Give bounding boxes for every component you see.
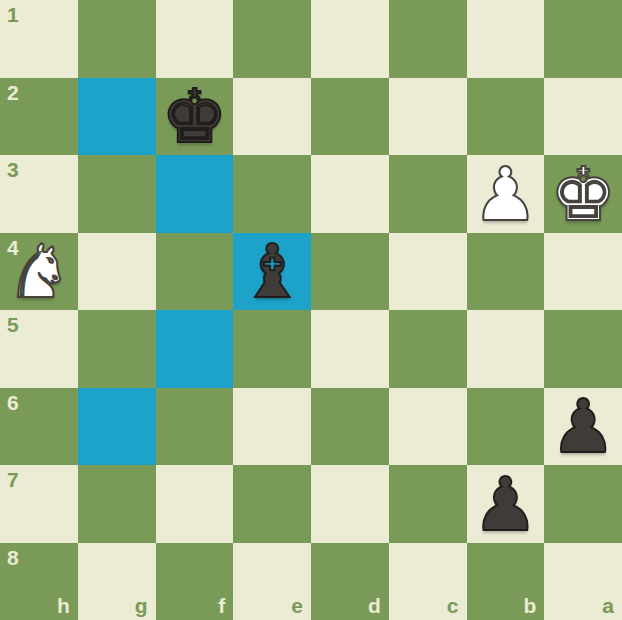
square-h8[interactable]: 8h xyxy=(0,543,78,620)
square-a8[interactable]: a xyxy=(544,543,622,620)
square-d1[interactable] xyxy=(311,0,389,78)
piece-black-pawn[interactable]: ♟ xyxy=(550,389,616,463)
square-c8[interactable]: c xyxy=(389,543,467,620)
file-label-g: g xyxy=(135,595,148,616)
square-h2[interactable]: 2 xyxy=(0,78,78,156)
square-g5[interactable] xyxy=(78,310,156,388)
square-e2[interactable] xyxy=(233,78,311,156)
piece-black-bishop[interactable]: ♝ xyxy=(239,234,305,308)
square-f6[interactable] xyxy=(156,388,234,466)
piece-white-knight[interactable]: ♞ xyxy=(6,234,72,308)
square-f8[interactable]: f xyxy=(156,543,234,620)
square-f7[interactable] xyxy=(156,465,234,543)
square-g4[interactable] xyxy=(78,233,156,311)
square-e7[interactable] xyxy=(233,465,311,543)
file-label-b: b xyxy=(523,595,536,616)
square-g7[interactable] xyxy=(78,465,156,543)
square-h1[interactable]: 1 xyxy=(0,0,78,78)
piece-black-king[interactable]: ♚ xyxy=(161,79,227,153)
square-a5[interactable] xyxy=(544,310,622,388)
square-d8[interactable]: d xyxy=(311,543,389,620)
rank-label-3: 3 xyxy=(7,159,19,180)
rank-label-8: 8 xyxy=(7,547,19,568)
square-d4[interactable] xyxy=(311,233,389,311)
square-c1[interactable] xyxy=(389,0,467,78)
file-label-c: c xyxy=(447,595,459,616)
square-f2[interactable]: ♚ xyxy=(156,78,234,156)
square-b8[interactable]: b xyxy=(467,543,545,620)
square-f1[interactable] xyxy=(156,0,234,78)
square-e8[interactable]: e xyxy=(233,543,311,620)
square-a1[interactable] xyxy=(544,0,622,78)
square-c3[interactable] xyxy=(389,155,467,233)
square-a2[interactable] xyxy=(544,78,622,156)
square-c4[interactable] xyxy=(389,233,467,311)
square-h4[interactable]: 4♞ xyxy=(0,233,78,311)
file-label-e: e xyxy=(291,595,303,616)
square-g3[interactable] xyxy=(78,155,156,233)
square-e5[interactable] xyxy=(233,310,311,388)
file-label-a: a xyxy=(602,595,614,616)
rank-label-6: 6 xyxy=(7,392,19,413)
square-e3[interactable] xyxy=(233,155,311,233)
square-b5[interactable] xyxy=(467,310,545,388)
rank-label-7: 7 xyxy=(7,469,19,490)
square-b3[interactable]: ♟ xyxy=(467,155,545,233)
square-e1[interactable] xyxy=(233,0,311,78)
square-b4[interactable] xyxy=(467,233,545,311)
square-b2[interactable] xyxy=(467,78,545,156)
square-h6[interactable]: 6 xyxy=(0,388,78,466)
piece-white-king[interactable]: ♚ xyxy=(550,157,616,231)
square-b1[interactable] xyxy=(467,0,545,78)
square-d5[interactable] xyxy=(311,310,389,388)
square-f4[interactable] xyxy=(156,233,234,311)
square-d7[interactable] xyxy=(311,465,389,543)
square-c5[interactable] xyxy=(389,310,467,388)
square-c6[interactable] xyxy=(389,388,467,466)
square-e6[interactable] xyxy=(233,388,311,466)
file-label-h: h xyxy=(57,595,70,616)
square-h7[interactable]: 7 xyxy=(0,465,78,543)
square-d6[interactable] xyxy=(311,388,389,466)
square-a4[interactable] xyxy=(544,233,622,311)
square-b7[interactable]: ♟ xyxy=(467,465,545,543)
square-f3[interactable] xyxy=(156,155,234,233)
square-g2[interactable] xyxy=(78,78,156,156)
file-label-d: d xyxy=(368,595,381,616)
square-c7[interactable] xyxy=(389,465,467,543)
file-label-f: f xyxy=(218,595,225,616)
square-f5[interactable] xyxy=(156,310,234,388)
square-c2[interactable] xyxy=(389,78,467,156)
square-g1[interactable] xyxy=(78,0,156,78)
rank-label-2: 2 xyxy=(7,82,19,103)
square-g6[interactable] xyxy=(78,388,156,466)
square-e4[interactable]: ♝ xyxy=(233,233,311,311)
chess-board: 12♚3♟♚4♞♝56♟7♟8hgfedcba xyxy=(0,0,622,620)
rank-label-5: 5 xyxy=(7,314,19,335)
square-h5[interactable]: 5 xyxy=(0,310,78,388)
rank-label-1: 1 xyxy=(7,4,19,25)
square-a6[interactable]: ♟ xyxy=(544,388,622,466)
piece-black-pawn[interactable]: ♟ xyxy=(472,467,538,541)
square-h3[interactable]: 3 xyxy=(0,155,78,233)
square-a3[interactable]: ♚ xyxy=(544,155,622,233)
square-d2[interactable] xyxy=(311,78,389,156)
square-a7[interactable] xyxy=(544,465,622,543)
square-g8[interactable]: g xyxy=(78,543,156,620)
square-b6[interactable] xyxy=(467,388,545,466)
piece-white-pawn[interactable]: ♟ xyxy=(472,157,538,231)
square-d3[interactable] xyxy=(311,155,389,233)
